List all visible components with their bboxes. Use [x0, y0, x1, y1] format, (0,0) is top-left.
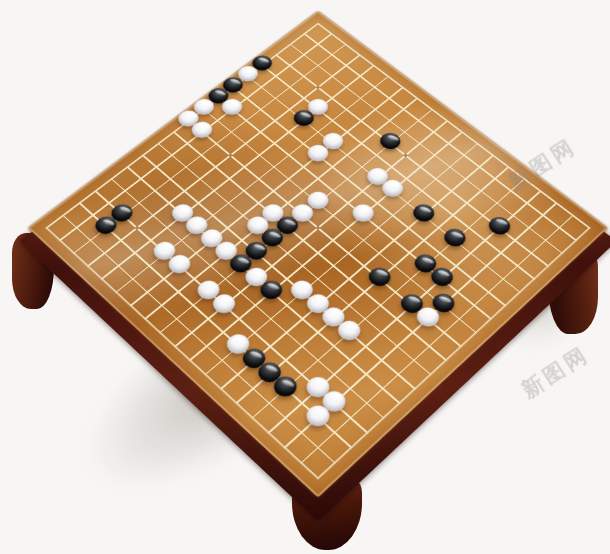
stone-black	[365, 264, 395, 290]
star-point	[315, 85, 320, 89]
star-point	[228, 153, 233, 157]
stone-black	[408, 201, 438, 225]
star-point	[315, 226, 321, 231]
stone-black	[376, 129, 405, 152]
stone-white	[348, 201, 378, 225]
star-point	[403, 153, 408, 157]
stone-black	[440, 225, 470, 250]
photo-canvas: 新图网新图网	[0, 0, 610, 554]
star-point	[134, 226, 140, 231]
stone-black	[485, 213, 515, 238]
